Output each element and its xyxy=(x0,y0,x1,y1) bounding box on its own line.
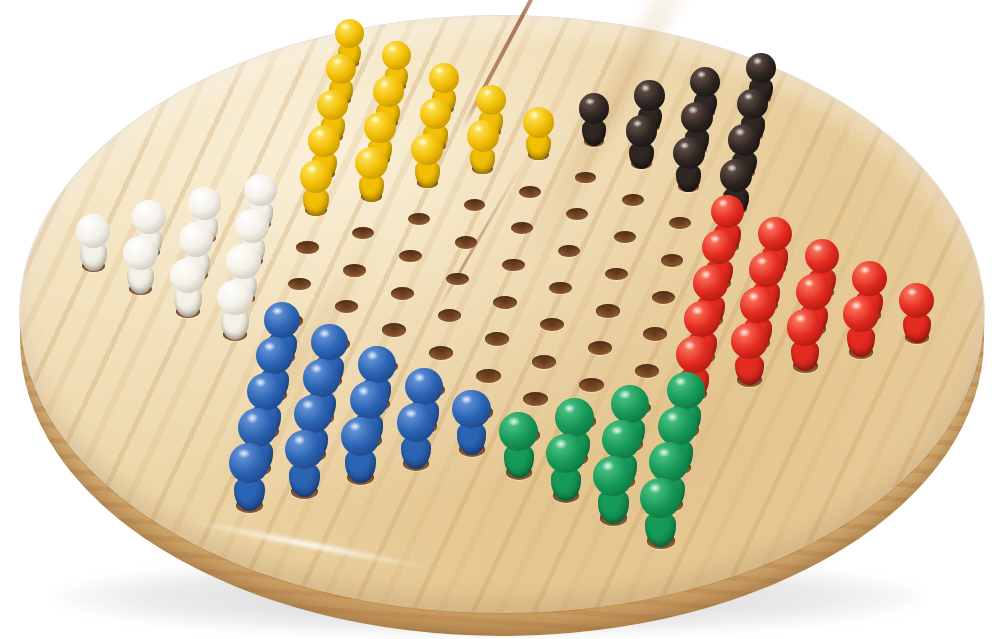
peg-red-head xyxy=(702,230,736,264)
board-hole[interactable] xyxy=(532,355,556,369)
peg-yellow[interactable] xyxy=(523,107,554,159)
peg-blue-head xyxy=(452,390,490,428)
peg-red-head xyxy=(787,309,823,345)
peg-black[interactable] xyxy=(579,93,610,144)
board-hole[interactable] xyxy=(493,296,516,309)
peg-green-head xyxy=(499,412,538,451)
peg-white[interactable] xyxy=(76,214,110,270)
peg-white[interactable] xyxy=(217,280,253,339)
peg-red-head xyxy=(676,336,713,373)
peg-white-head xyxy=(217,280,253,316)
peg-green[interactable] xyxy=(640,478,681,545)
peg-green-head xyxy=(640,478,681,519)
peg-green[interactable] xyxy=(499,412,538,477)
peg-blue-head xyxy=(311,324,348,361)
peg-green-head xyxy=(667,372,705,410)
peg-blue[interactable] xyxy=(397,403,436,467)
peg-yellow-head xyxy=(420,98,451,129)
peg-yellow[interactable] xyxy=(300,160,333,214)
peg-white[interactable] xyxy=(123,236,158,293)
peg-white-head xyxy=(76,214,110,248)
peg-black-head xyxy=(681,102,712,133)
peg-yellow[interactable] xyxy=(411,134,443,187)
peg-yellow-head xyxy=(326,54,356,84)
peg-yellow[interactable] xyxy=(467,120,499,173)
board-hole[interactable] xyxy=(391,287,414,300)
peg-black-head xyxy=(626,115,658,147)
peg-green[interactable] xyxy=(593,456,633,522)
peg-white-head xyxy=(170,258,205,293)
peg-red-head xyxy=(899,283,935,319)
peg-yellow-head xyxy=(476,85,507,116)
board-hole[interactable] xyxy=(455,236,477,249)
peg-green-head xyxy=(611,385,649,423)
peg-yellow-head xyxy=(467,120,499,152)
peg-red-head xyxy=(749,252,784,287)
board-hole[interactable] xyxy=(579,378,604,392)
peg-yellow-head xyxy=(523,107,554,138)
peg-yellow-head xyxy=(300,160,333,193)
peg-red[interactable] xyxy=(899,283,935,342)
peg-red-head xyxy=(805,239,840,274)
peg-red[interactable] xyxy=(731,323,768,384)
peg-red-head xyxy=(796,274,832,310)
board-hole[interactable] xyxy=(288,278,311,291)
board-hole[interactable] xyxy=(382,323,406,336)
board-hole[interactable] xyxy=(635,364,660,378)
board-hole[interactable] xyxy=(343,264,366,277)
peg-yellow-head xyxy=(335,19,364,48)
peg-yellow-head xyxy=(382,41,412,71)
peg-yellow-head xyxy=(411,134,443,166)
peg-red-head xyxy=(852,261,887,296)
peg-blue-head xyxy=(238,408,277,447)
peg-red-head xyxy=(711,195,745,229)
peg-blue-head xyxy=(294,395,333,434)
board-hole[interactable] xyxy=(596,304,620,317)
peg-green-head xyxy=(649,442,689,482)
peg-white-head xyxy=(226,244,261,279)
peg-red-head xyxy=(740,287,776,323)
peg-yellow[interactable] xyxy=(355,147,387,201)
peg-yellow-head xyxy=(429,63,459,93)
peg-black-head xyxy=(720,159,753,192)
board-hole[interactable] xyxy=(588,341,612,355)
peg-red-head xyxy=(693,265,728,300)
peg-blue-head xyxy=(285,430,324,469)
peg-green-head xyxy=(593,456,633,496)
peg-white-head xyxy=(123,236,158,271)
peg-blue-head xyxy=(397,403,436,442)
board-hole[interactable] xyxy=(523,392,548,406)
board-hole[interactable] xyxy=(485,332,509,346)
peg-black-head xyxy=(728,124,760,156)
peg-green-head xyxy=(658,407,697,446)
peg-white-head xyxy=(244,174,277,207)
board-hole[interactable] xyxy=(519,186,540,198)
board-hole[interactable] xyxy=(296,241,318,254)
peg-green-head xyxy=(546,434,585,473)
peg-blue-head xyxy=(405,368,443,406)
peg-blue-head xyxy=(264,302,300,338)
peg-green[interactable] xyxy=(546,434,585,500)
peg-green-head xyxy=(602,420,641,459)
peg-blue-head xyxy=(303,359,341,397)
peg-blue[interactable] xyxy=(452,390,490,454)
peg-yellow-head xyxy=(364,112,395,143)
peg-yellow-head xyxy=(373,76,404,107)
peg-black-head xyxy=(579,93,610,124)
wood-grain-streak xyxy=(438,159,526,308)
peg-blue-head xyxy=(358,346,395,383)
peg-black-head xyxy=(673,137,705,169)
peg-blue-head xyxy=(229,443,269,483)
peg-red[interactable] xyxy=(843,296,879,356)
board-hole[interactable] xyxy=(476,369,501,383)
peg-white[interactable] xyxy=(170,258,205,316)
board-hole[interactable] xyxy=(661,254,684,267)
peg-blue-head xyxy=(247,373,285,411)
board-hole[interactable] xyxy=(652,291,675,304)
peg-blue-head xyxy=(256,337,293,374)
peg-yellow-head xyxy=(355,147,387,179)
peg-yellow-head xyxy=(317,90,348,121)
peg-red-head xyxy=(758,217,792,251)
peg-blue-head xyxy=(350,381,388,419)
peg-red-head xyxy=(684,301,720,337)
peg-blue[interactable] xyxy=(229,443,269,509)
peg-white-head xyxy=(235,209,269,243)
peg-red-head xyxy=(843,296,879,332)
board-hole[interactable] xyxy=(643,327,667,340)
peg-red-head xyxy=(731,323,768,360)
peg-black-head xyxy=(737,89,768,120)
peg-black-head xyxy=(690,67,720,97)
peg-blue-head xyxy=(341,417,380,456)
peg-white-head xyxy=(188,187,221,220)
peg-blue[interactable] xyxy=(285,430,324,495)
peg-white-head xyxy=(132,200,166,234)
peg-green-head xyxy=(555,398,594,437)
peg-black[interactable] xyxy=(673,137,705,190)
peg-black-head xyxy=(746,53,776,83)
peg-white-head xyxy=(179,222,213,256)
peg-yellow-head xyxy=(308,125,340,157)
product-photo-scene xyxy=(0,0,1000,639)
peg-black-head xyxy=(634,80,665,111)
peg-blue[interactable] xyxy=(341,417,380,482)
peg-red[interactable] xyxy=(787,309,823,369)
peg-black[interactable] xyxy=(626,115,658,167)
board-hole[interactable] xyxy=(429,346,453,360)
